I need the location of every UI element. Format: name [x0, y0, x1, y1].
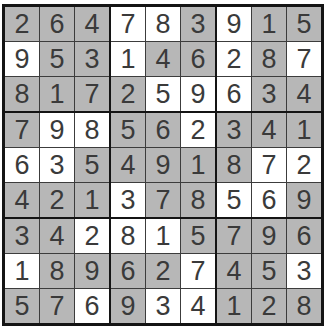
cell-r5c2: 3 [40, 148, 74, 182]
page: 2649538177831462599152876347986354215624… [0, 0, 326, 330]
cell-r3c1: 8 [5, 77, 39, 111]
cell-r8c2: 8 [40, 254, 74, 288]
sudoku-box-2: 783146259 [111, 7, 215, 111]
cell-r4c9: 1 [287, 113, 321, 147]
cell-r4c5: 6 [146, 113, 180, 147]
cell-r9c2: 7 [40, 289, 74, 323]
sudoku-box-6: 341872569 [217, 113, 321, 217]
cell-r2c5: 4 [146, 42, 180, 76]
cell-r7c6: 5 [181, 219, 215, 253]
cell-r6c5: 7 [146, 183, 180, 217]
cell-r8c9: 3 [287, 254, 321, 288]
cell-r8c5: 2 [146, 254, 180, 288]
cell-r9c9: 8 [287, 289, 321, 323]
cell-r5c5: 9 [146, 148, 180, 182]
cell-r6c4: 3 [111, 183, 145, 217]
cell-r1c6: 3 [181, 7, 215, 41]
cell-r1c7: 9 [217, 7, 251, 41]
cell-r1c8: 1 [252, 7, 286, 41]
cell-r1c1: 2 [5, 7, 39, 41]
cell-r9c1: 5 [5, 289, 39, 323]
cell-r4c3: 8 [75, 113, 109, 147]
cell-r3c2: 1 [40, 77, 74, 111]
cell-r5c4: 4 [111, 148, 145, 182]
sudoku-board: 2649538177831462599152876347986354215624… [2, 4, 324, 326]
cell-r7c8: 9 [252, 219, 286, 253]
cell-r1c4: 7 [111, 7, 145, 41]
cell-r3c6: 9 [181, 77, 215, 111]
cell-r8c4: 6 [111, 254, 145, 288]
cell-r7c3: 2 [75, 219, 109, 253]
cell-r7c5: 1 [146, 219, 180, 253]
cell-r6c2: 2 [40, 183, 74, 217]
cell-r1c5: 8 [146, 7, 180, 41]
cell-r4c8: 4 [252, 113, 286, 147]
cell-r2c3: 3 [75, 42, 109, 76]
cell-r9c5: 3 [146, 289, 180, 323]
cell-r4c1: 7 [5, 113, 39, 147]
cell-r2c8: 8 [252, 42, 286, 76]
cell-r9c4: 9 [111, 289, 145, 323]
cell-r3c8: 3 [252, 77, 286, 111]
cell-r5c3: 5 [75, 148, 109, 182]
cell-r1c2: 6 [40, 7, 74, 41]
cell-r6c3: 1 [75, 183, 109, 217]
cell-r8c1: 1 [5, 254, 39, 288]
cell-r6c9: 9 [287, 183, 321, 217]
cell-r6c6: 8 [181, 183, 215, 217]
cell-r8c6: 7 [181, 254, 215, 288]
cell-r8c8: 5 [252, 254, 286, 288]
cell-r7c2: 4 [40, 219, 74, 253]
sudoku-box-5: 562491378 [111, 113, 215, 217]
cell-r3c3: 7 [75, 77, 109, 111]
cell-r5c9: 2 [287, 148, 321, 182]
cell-r9c3: 6 [75, 289, 109, 323]
cell-r4c6: 2 [181, 113, 215, 147]
cell-r4c4: 5 [111, 113, 145, 147]
sudoku-box-9: 796453128 [217, 219, 321, 323]
cell-r3c7: 6 [217, 77, 251, 111]
cell-r6c8: 6 [252, 183, 286, 217]
cell-r3c5: 5 [146, 77, 180, 111]
cell-r4c7: 3 [217, 113, 251, 147]
sudoku-box-1: 264953817 [5, 7, 109, 111]
cell-r3c4: 2 [111, 77, 145, 111]
cell-r3c9: 4 [287, 77, 321, 111]
cell-r2c7: 2 [217, 42, 251, 76]
sudoku-box-8: 815627934 [111, 219, 215, 323]
cell-r6c1: 4 [5, 183, 39, 217]
cell-r2c4: 1 [111, 42, 145, 76]
cell-r2c1: 9 [5, 42, 39, 76]
cell-r2c6: 6 [181, 42, 215, 76]
cell-r5c7: 8 [217, 148, 251, 182]
cell-r9c8: 2 [252, 289, 286, 323]
cell-r2c9: 7 [287, 42, 321, 76]
cell-r8c3: 9 [75, 254, 109, 288]
sudoku-box-7: 342189576 [5, 219, 109, 323]
cell-r4c2: 9 [40, 113, 74, 147]
sudoku-box-4: 798635421 [5, 113, 109, 217]
cell-r9c7: 1 [217, 289, 251, 323]
cell-r7c1: 3 [5, 219, 39, 253]
sudoku-box-3: 915287634 [217, 7, 321, 111]
cell-r7c9: 6 [287, 219, 321, 253]
cell-r1c9: 5 [287, 7, 321, 41]
cell-r7c7: 7 [217, 219, 251, 253]
cell-r7c4: 8 [111, 219, 145, 253]
cell-r9c6: 4 [181, 289, 215, 323]
cell-r8c7: 4 [217, 254, 251, 288]
cell-r1c3: 4 [75, 7, 109, 41]
cell-r5c8: 7 [252, 148, 286, 182]
cell-r6c7: 5 [217, 183, 251, 217]
cell-r5c1: 6 [5, 148, 39, 182]
cell-r2c2: 5 [40, 42, 74, 76]
cell-r5c6: 1 [181, 148, 215, 182]
